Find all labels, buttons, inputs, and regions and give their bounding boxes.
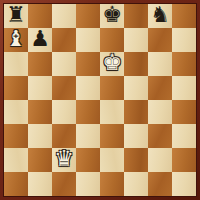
square-g3[interactable] <box>148 124 172 148</box>
white-king[interactable]: ♚ <box>102 51 122 75</box>
square-c5[interactable] <box>52 76 76 100</box>
board-frame: ♜♚♞♝♟♚♛ <box>0 0 200 200</box>
square-e6[interactable]: ♚ <box>100 52 124 76</box>
square-g2[interactable] <box>148 148 172 172</box>
square-b3[interactable] <box>28 124 52 148</box>
square-g4[interactable] <box>148 100 172 124</box>
black-pawn[interactable]: ♟ <box>30 27 50 51</box>
black-king[interactable]: ♚ <box>102 3 122 27</box>
square-c6[interactable] <box>52 52 76 76</box>
square-e8[interactable]: ♚ <box>100 4 124 28</box>
square-f5[interactable] <box>124 76 148 100</box>
square-f7[interactable] <box>124 28 148 52</box>
square-g1[interactable] <box>148 172 172 196</box>
square-f4[interactable] <box>124 100 148 124</box>
square-h3[interactable] <box>172 124 196 148</box>
square-a4[interactable] <box>4 100 28 124</box>
square-d7[interactable] <box>76 28 100 52</box>
square-b6[interactable] <box>28 52 52 76</box>
square-g8[interactable]: ♞ <box>148 4 172 28</box>
square-b7[interactable]: ♟ <box>28 28 52 52</box>
square-b2[interactable] <box>28 148 52 172</box>
square-h6[interactable] <box>172 52 196 76</box>
square-e1[interactable] <box>100 172 124 196</box>
square-f8[interactable] <box>124 4 148 28</box>
square-c2[interactable]: ♛ <box>52 148 76 172</box>
square-e3[interactable] <box>100 124 124 148</box>
square-c1[interactable] <box>52 172 76 196</box>
square-b1[interactable] <box>28 172 52 196</box>
square-a3[interactable] <box>4 124 28 148</box>
square-e5[interactable] <box>100 76 124 100</box>
black-knight[interactable]: ♞ <box>150 3 170 27</box>
square-h8[interactable] <box>172 4 196 28</box>
square-h2[interactable] <box>172 148 196 172</box>
square-e4[interactable] <box>100 100 124 124</box>
square-b5[interactable] <box>28 76 52 100</box>
square-e7[interactable] <box>100 28 124 52</box>
square-c8[interactable] <box>52 4 76 28</box>
chess-board: ♜♚♞♝♟♚♛ <box>4 4 196 196</box>
square-g5[interactable] <box>148 76 172 100</box>
square-c3[interactable] <box>52 124 76 148</box>
square-d3[interactable] <box>76 124 100 148</box>
square-d2[interactable] <box>76 148 100 172</box>
square-f6[interactable] <box>124 52 148 76</box>
square-a8[interactable]: ♜ <box>4 4 28 28</box>
square-a1[interactable] <box>4 172 28 196</box>
square-g6[interactable] <box>148 52 172 76</box>
square-b8[interactable] <box>28 4 52 28</box>
square-h7[interactable] <box>172 28 196 52</box>
square-h4[interactable] <box>172 100 196 124</box>
square-h5[interactable] <box>172 76 196 100</box>
white-queen[interactable]: ♛ <box>54 147 74 171</box>
square-d1[interactable] <box>76 172 100 196</box>
square-f3[interactable] <box>124 124 148 148</box>
square-d6[interactable] <box>76 52 100 76</box>
square-d8[interactable] <box>76 4 100 28</box>
square-f1[interactable] <box>124 172 148 196</box>
square-a7[interactable]: ♝ <box>4 28 28 52</box>
square-d5[interactable] <box>76 76 100 100</box>
square-d4[interactable] <box>76 100 100 124</box>
square-e2[interactable] <box>100 148 124 172</box>
square-a5[interactable] <box>4 76 28 100</box>
black-rook[interactable]: ♜ <box>6 3 26 27</box>
square-h1[interactable] <box>172 172 196 196</box>
square-a6[interactable] <box>4 52 28 76</box>
square-g7[interactable] <box>148 28 172 52</box>
square-a2[interactable] <box>4 148 28 172</box>
square-c4[interactable] <box>52 100 76 124</box>
white-bishop[interactable]: ♝ <box>6 27 26 51</box>
square-f2[interactable] <box>124 148 148 172</box>
square-c7[interactable] <box>52 28 76 52</box>
square-b4[interactable] <box>28 100 52 124</box>
